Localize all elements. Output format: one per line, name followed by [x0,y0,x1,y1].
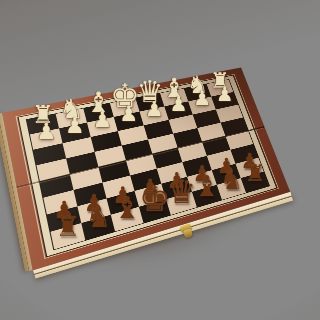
piece-black-knight[interactable]: ♞ [85,203,111,232]
piece-black-bishop[interactable]: ♝ [114,193,141,224]
piece-white-pawn[interactable]: ♟ [65,114,85,136]
piece-black-rook[interactable]: ♜ [56,213,80,240]
piece-white-pawn[interactable]: ♟ [216,84,233,104]
photo-scene: ♜♞♝♚♛♝♞♜♟♟♟♟♟♟♟♟♟♟♟♟♟♟♟♟♜♞♝♚♛♝♞♜ [0,0,320,320]
piece-white-pawn[interactable]: ♟ [145,98,164,119]
piece-white-pawn[interactable]: ♟ [93,109,112,131]
piece-black-knight[interactable]: ♞ [220,167,243,193]
piece-white-pawn[interactable]: ♟ [36,120,56,142]
piece-white-pawn[interactable]: ♟ [193,89,211,109]
piece-black-bishop[interactable]: ♝ [194,172,220,201]
piece-black-king[interactable]: ♚ [139,181,171,216]
piece-white-pawn[interactable]: ♟ [170,93,188,113]
piece-white-pawn[interactable]: ♟ [119,103,138,124]
piece-black-rook[interactable]: ♜ [245,162,266,185]
piece-black-queen[interactable]: ♛ [167,176,196,209]
